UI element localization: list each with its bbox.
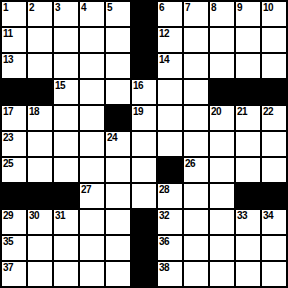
cell[interactable]: 8 [210,2,234,26]
cell[interactable]: 15 [54,80,78,104]
cell[interactable] [132,184,156,208]
cell[interactable] [28,236,52,260]
cell[interactable]: 34 [262,210,286,234]
cell[interactable] [262,28,286,52]
cell[interactable] [106,54,130,78]
black-cell [262,80,286,104]
cell[interactable] [158,132,182,156]
cell[interactable] [54,158,78,182]
cell[interactable] [106,236,130,260]
cell[interactable] [210,262,234,286]
black-cell [132,210,156,234]
cell-number: 18 [29,106,39,117]
black-cell [262,184,286,208]
cell[interactable] [184,210,208,234]
cell-number: 22 [263,106,273,117]
cell[interactable]: 32 [158,210,182,234]
cell[interactable]: 18 [28,106,52,130]
cell[interactable] [106,158,130,182]
cell-number: 23 [3,132,13,143]
cell[interactable] [262,158,286,182]
cell[interactable] [132,158,156,182]
cell-number: 26 [185,158,195,169]
cell[interactable] [262,54,286,78]
cell[interactable] [158,80,182,104]
cell-number: 37 [3,262,13,273]
cell[interactable]: 33 [236,210,260,234]
cell[interactable] [54,262,78,286]
cell[interactable] [54,132,78,156]
cell[interactable]: 28 [158,184,182,208]
cell[interactable]: 5 [106,2,130,26]
crossword-grid: 1234567891011121314151617181920212223242… [0,0,288,288]
cell[interactable] [28,158,52,182]
cell[interactable] [262,262,286,286]
cell[interactable]: 21 [236,106,260,130]
cell[interactable] [80,262,104,286]
cell[interactable] [80,132,104,156]
cell[interactable] [28,28,52,52]
cell[interactable]: 24 [106,132,130,156]
cell[interactable]: 22 [262,106,286,130]
cell-number: 38 [159,262,169,273]
cell[interactable]: 20 [210,106,234,130]
cell[interactable] [184,106,208,130]
cell-number: 1 [3,2,8,13]
cell[interactable] [236,54,260,78]
cell-number: 35 [3,236,13,247]
cell-number: 11 [3,28,13,39]
cell[interactable]: 19 [132,106,156,130]
cell-number: 21 [237,106,247,117]
cell[interactable] [184,184,208,208]
cell-number: 6 [159,2,164,13]
cell-number: 29 [3,210,13,221]
cell-number: 14 [159,54,169,65]
cell-number: 33 [237,210,247,221]
cell[interactable] [54,106,78,130]
cell-number: 5 [107,2,112,13]
cell[interactable] [54,54,78,78]
cell[interactable] [54,28,78,52]
black-cell [132,236,156,260]
cell[interactable]: 14 [158,54,182,78]
cell[interactable] [80,28,104,52]
cell-number: 31 [55,210,65,221]
cell-number: 25 [3,158,13,169]
cell-number: 30 [29,210,39,221]
cell-number: 16 [133,80,143,91]
cell-number: 3 [55,2,60,13]
black-cell [132,28,156,52]
cell[interactable] [80,54,104,78]
cell-number: 34 [263,210,273,221]
cell[interactable] [210,210,234,234]
cell[interactable] [80,236,104,260]
black-cell [132,262,156,286]
cell-number: 28 [159,184,169,195]
cell[interactable]: 26 [184,158,208,182]
cell[interactable]: 16 [132,80,156,104]
cell[interactable] [158,106,182,130]
cell[interactable] [106,80,130,104]
cell[interactable]: 12 [158,28,182,52]
black-cell [210,80,234,104]
cell[interactable] [236,262,260,286]
cell[interactable]: 36 [158,236,182,260]
cell-number: 9 [237,2,242,13]
cell[interactable] [236,28,260,52]
black-cell [2,184,26,208]
cell[interactable] [106,210,130,234]
black-cell [2,80,26,104]
cell[interactable] [236,158,260,182]
cell[interactable]: 17 [2,106,26,130]
cell[interactable] [106,28,130,52]
cell-number: 36 [159,236,169,247]
cell[interactable] [184,28,208,52]
cell[interactable]: 6 [158,2,182,26]
cell[interactable] [132,132,156,156]
cell[interactable]: 10 [262,2,286,26]
black-cell [28,80,52,104]
cell-number: 10 [263,2,273,13]
cell[interactable] [28,54,52,78]
cell[interactable] [80,106,104,130]
cell[interactable]: 25 [2,158,26,182]
cell-number: 17 [3,106,13,117]
cell[interactable] [262,236,286,260]
cell[interactable] [236,236,260,260]
cell[interactable] [184,54,208,78]
cell[interactable] [210,236,234,260]
cell-number: 27 [81,184,91,195]
cell-number: 12 [159,28,169,39]
cell[interactable] [210,28,234,52]
cell[interactable] [106,184,130,208]
cell[interactable]: 37 [2,262,26,286]
cell[interactable] [262,132,286,156]
cell-number: 19 [133,106,143,117]
cell-number: 13 [3,54,13,65]
cell-number: 24 [107,132,117,143]
cell[interactable]: 23 [2,132,26,156]
cell[interactable]: 13 [2,54,26,78]
cell[interactable]: 27 [80,184,104,208]
cell[interactable] [210,184,234,208]
black-cell [158,158,182,182]
cell[interactable]: 38 [158,262,182,286]
cell[interactable]: 9 [236,2,260,26]
cell[interactable] [184,262,208,286]
cell[interactable]: 3 [54,2,78,26]
cell[interactable] [184,236,208,260]
cell[interactable] [54,236,78,260]
cell[interactable]: 29 [2,210,26,234]
cell[interactable]: 30 [28,210,52,234]
cell[interactable] [28,132,52,156]
cell-number: 7 [185,2,190,13]
black-cell [54,184,78,208]
cell[interactable] [80,80,104,104]
black-cell [236,184,260,208]
cell[interactable] [106,262,130,286]
black-cell [236,80,260,104]
cell-number: 8 [211,2,216,13]
cell[interactable]: 2 [28,2,52,26]
cell[interactable]: 7 [184,2,208,26]
cell[interactable] [80,158,104,182]
cell-number: 20 [211,106,221,117]
cell-number: 32 [159,210,169,221]
black-cell [132,2,156,26]
cell[interactable]: 11 [2,28,26,52]
cell[interactable] [80,210,104,234]
black-cell [28,184,52,208]
cell[interactable]: 31 [54,210,78,234]
cell-number: 15 [55,80,65,91]
black-cell [106,106,130,130]
cell[interactable] [184,132,208,156]
cell[interactable]: 4 [80,2,104,26]
cell[interactable] [236,132,260,156]
cell[interactable] [184,80,208,104]
cell[interactable] [210,132,234,156]
cell[interactable] [210,54,234,78]
cell[interactable] [210,158,234,182]
cell[interactable] [28,262,52,286]
cell-number: 2 [29,2,34,13]
cell[interactable]: 1 [2,2,26,26]
cell-number: 4 [81,2,86,13]
cell[interactable]: 35 [2,236,26,260]
black-cell [132,54,156,78]
